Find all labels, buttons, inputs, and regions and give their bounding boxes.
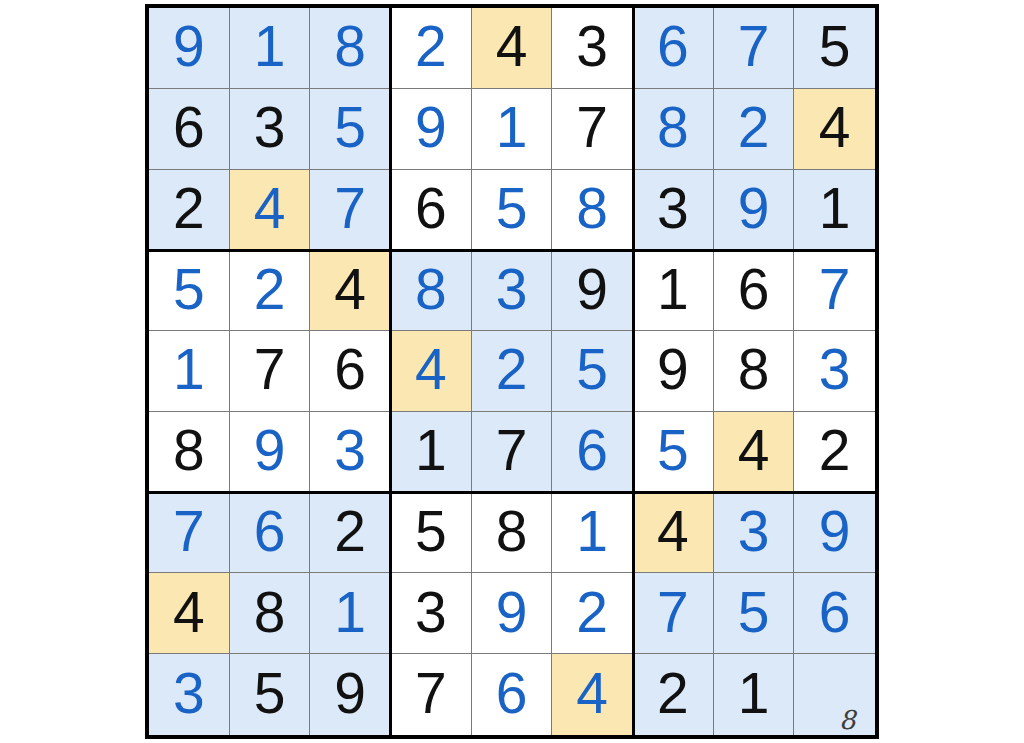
given-digit: 3 [254,99,286,156]
cell-r5c3[interactable]: 6 [310,331,391,412]
given-digit: 7 [415,665,447,722]
entered-digit: 6 [819,584,851,641]
cell-r4c9[interactable]: 7 [794,250,875,331]
given-digit: 2 [334,503,366,560]
cell-r2c4[interactable]: 9 [391,89,472,170]
entered-digit: 7 [334,180,366,237]
cell-r9c7[interactable]: 2 [633,654,714,735]
given-digit: 6 [334,341,366,398]
given-digit: 3 [657,180,689,237]
cell-r6c5[interactable]: 7 [472,412,553,493]
given-digit: 7 [254,341,286,398]
entered-digit: 8 [415,261,447,318]
cell-r1c2[interactable]: 1 [230,8,311,89]
entered-digit: 8 [334,18,366,75]
given-digit: 2 [819,422,851,479]
entered-digit: 3 [819,341,851,398]
cell-r1c9[interactable]: 5 [794,8,875,89]
entered-digit: 5 [738,584,770,641]
sudoku-board: 9182436756359178242476583915248391671764… [145,4,879,739]
cell-r9c2[interactable]: 5 [230,654,311,735]
given-digit: 8 [738,341,770,398]
entered-digit: 4 [254,180,286,237]
cell-r7c9[interactable]: 9 [794,493,875,574]
cell-r5c9[interactable]: 3 [794,331,875,412]
entered-digit: 9 [415,99,447,156]
cell-r8c4[interactable]: 3 [391,573,472,654]
cell-r6c2[interactable]: 9 [230,412,311,493]
entered-digit: 8 [657,99,689,156]
given-digit: 9 [657,341,689,398]
given-digit: 5 [415,503,447,560]
entered-digit: 7 [657,584,689,641]
cell-r2c6[interactable]: 7 [552,89,633,170]
cell-r4c7[interactable]: 1 [633,250,714,331]
cell-r4c3[interactable]: 4 [310,250,391,331]
cell-r8c3[interactable]: 1 [310,573,391,654]
cell-r7c2[interactable]: 6 [230,493,311,574]
entered-digit: 5 [496,180,528,237]
cell-r3c8[interactable]: 9 [714,170,795,251]
cell-r8c1[interactable]: 4 [149,573,230,654]
entered-digit: 9 [173,18,205,75]
entered-digit: 9 [819,503,851,560]
cell-r4c2[interactable]: 2 [230,250,311,331]
entered-digit: 5 [334,99,366,156]
cell-r6c8[interactable]: 4 [714,412,795,493]
cell-r1c3[interactable]: 8 [310,8,391,89]
entered-digit: 9 [254,422,286,479]
cell-r5c7[interactable]: 9 [633,331,714,412]
given-digit: 2 [173,180,205,237]
entered-digit: 6 [576,422,608,479]
cell-r8c7[interactable]: 7 [633,573,714,654]
given-digit: 8 [254,584,286,641]
given-digit: 1 [738,665,770,722]
cell-r2c5[interactable]: 1 [472,89,553,170]
entered-digit: 8 [576,180,608,237]
cell-r4c5[interactable]: 3 [472,250,553,331]
cell-r1c1[interactable]: 9 [149,8,230,89]
given-digit: 8 [496,503,528,560]
cell-r3c3[interactable]: 7 [310,170,391,251]
cell-r5c2[interactable]: 7 [230,331,311,412]
cell-r7c8[interactable]: 3 [714,493,795,574]
given-digit: 3 [415,584,447,641]
cell-r5c1[interactable]: 1 [149,331,230,412]
entered-digit: 1 [496,99,528,156]
cell-r6c4[interactable]: 1 [391,412,472,493]
given-digit: 6 [738,261,770,318]
entered-digit: 5 [576,341,608,398]
entered-digit: 3 [334,422,366,479]
entered-digit: 1 [173,341,205,398]
pencil-mark: 8 [839,707,856,733]
cell-r5c8[interactable]: 8 [714,331,795,412]
entered-digit: 2 [738,99,770,156]
cell-r1c7[interactable]: 6 [633,8,714,89]
cell-r9c3[interactable]: 9 [310,654,391,735]
entered-digit: 2 [576,584,608,641]
entered-digit: 3 [496,261,528,318]
entered-digit: 4 [415,341,447,398]
given-digit: 1 [819,180,851,237]
cell-r7c4[interactable]: 5 [391,493,472,574]
cell-r9c5[interactable]: 6 [472,654,553,735]
cell-r4c6[interactable]: 9 [552,250,633,331]
cell-r9c1[interactable]: 3 [149,654,230,735]
entered-digit: 4 [576,665,608,722]
cell-r2c7[interactable]: 8 [633,89,714,170]
given-digit: 4 [334,261,366,318]
entered-digit: 1 [254,18,286,75]
given-digit: 5 [819,18,851,75]
entered-digit: 7 [173,503,205,560]
entered-digit: 1 [334,584,366,641]
cell-r2c1[interactable]: 6 [149,89,230,170]
cell-r7c7[interactable]: 4 [633,493,714,574]
cell-r6c7[interactable]: 5 [633,412,714,493]
cell-r1c6[interactable]: 3 [552,8,633,89]
cell-r3c5[interactable]: 5 [472,170,553,251]
cell-r6c1[interactable]: 8 [149,412,230,493]
given-digit: 4 [738,422,770,479]
given-digit: 6 [415,180,447,237]
given-digit: 9 [334,665,366,722]
entered-digit: 6 [254,503,286,560]
given-digit: 3 [576,18,608,75]
page: 9182436756359178242476583915248391671764… [0,0,1024,743]
entered-digit: 6 [496,665,528,722]
cell-r7c1[interactable]: 7 [149,493,230,574]
cell-r3c4[interactable]: 6 [391,170,472,251]
given-digit: 1 [657,261,689,318]
cell-r3c7[interactable]: 3 [633,170,714,251]
cell-r4c4[interactable]: 8 [391,250,472,331]
cell-r5c4[interactable]: 4 [391,331,472,412]
cell-r7c3[interactable]: 2 [310,493,391,574]
entered-digit: 9 [738,180,770,237]
given-digit: 5 [254,665,286,722]
cell-r8c6[interactable]: 2 [552,573,633,654]
entered-digit: 1 [576,503,608,560]
cell-r2c2[interactable]: 3 [230,89,311,170]
cell-r6c3[interactable]: 3 [310,412,391,493]
cell-r8c8[interactable]: 5 [714,573,795,654]
entered-digit: 5 [657,422,689,479]
entered-digit: 9 [496,584,528,641]
entered-digit: 5 [173,261,205,318]
entered-digit: 2 [254,261,286,318]
given-digit: 4 [819,99,851,156]
entered-digit: 6 [657,18,689,75]
cell-r9c6[interactable]: 4 [552,654,633,735]
cell-r8c9[interactable]: 6 [794,573,875,654]
given-digit: 4 [657,503,689,560]
cell-r2c3[interactable]: 5 [310,89,391,170]
cell-r6c9[interactable]: 2 [794,412,875,493]
cell-r9c9[interactable]: 8 [794,654,875,735]
cell-r7c6[interactable]: 1 [552,493,633,574]
given-digit: 2 [657,665,689,722]
cell-r4c8[interactable]: 6 [714,250,795,331]
given-digit: 1 [415,422,447,479]
cell-r5c5[interactable]: 2 [472,331,553,412]
cell-r3c2[interactable]: 4 [230,170,311,251]
cell-r8c2[interactable]: 8 [230,573,311,654]
cell-r1c5[interactable]: 4 [472,8,553,89]
cell-r3c1[interactable]: 2 [149,170,230,251]
given-digit: 9 [576,261,608,318]
given-digit: 4 [173,584,205,641]
entered-digit: 3 [738,503,770,560]
cell-r5c6[interactable]: 5 [552,331,633,412]
given-digit: 6 [173,99,205,156]
cell-r1c8[interactable]: 7 [714,8,795,89]
given-digit: 4 [496,18,528,75]
entered-digit: 7 [819,261,851,318]
given-digit: 7 [496,422,528,479]
cell-r2c9[interactable]: 4 [794,89,875,170]
cell-r3c9[interactable]: 1 [794,170,875,251]
cell-r6c6[interactable]: 6 [552,412,633,493]
cell-r4c1[interactable]: 5 [149,250,230,331]
cell-r3c6[interactable]: 8 [552,170,633,251]
cell-r8c5[interactable]: 9 [472,573,553,654]
cell-r2c8[interactable]: 2 [714,89,795,170]
entered-digit: 3 [173,665,205,722]
given-digit: 8 [173,422,205,479]
cell-r9c8[interactable]: 1 [714,654,795,735]
entered-digit: 2 [415,18,447,75]
cell-r9c4[interactable]: 7 [391,654,472,735]
cell-r1c4[interactable]: 2 [391,8,472,89]
cell-r7c5[interactable]: 8 [472,493,553,574]
entered-digit: 7 [738,18,770,75]
given-digit: 7 [576,99,608,156]
entered-digit: 2 [496,341,528,398]
